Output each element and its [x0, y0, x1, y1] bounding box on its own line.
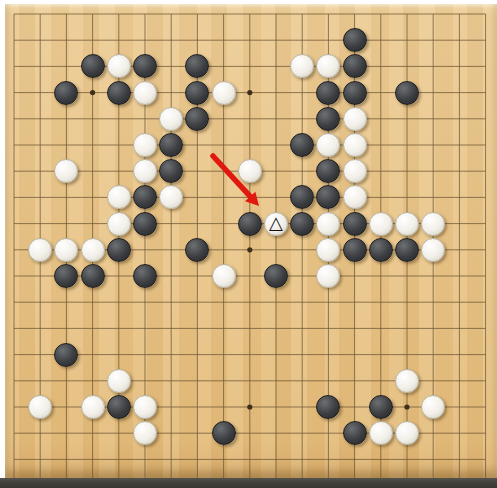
white-stone[interactable]: [290, 54, 314, 78]
white-stone[interactable]: [107, 185, 131, 209]
black-stone[interactable]: [185, 54, 209, 78]
black-stone[interactable]: [290, 212, 314, 236]
black-stone[interactable]: [185, 107, 209, 131]
bottom-bar: [0, 478, 497, 488]
white-stone[interactable]: [81, 395, 105, 419]
white-stone[interactable]: [343, 133, 367, 157]
black-stone[interactable]: [369, 395, 393, 419]
black-stone[interactable]: [343, 54, 367, 78]
white-stone[interactable]: [316, 264, 340, 288]
black-stone[interactable]: [159, 133, 183, 157]
black-stone[interactable]: [107, 238, 131, 262]
white-stone[interactable]: [54, 238, 78, 262]
white-stone[interactable]: [343, 159, 367, 183]
black-stone[interactable]: [343, 212, 367, 236]
black-stone[interactable]: [159, 159, 183, 183]
black-stone[interactable]: [316, 81, 340, 105]
black-stone[interactable]: [212, 421, 236, 445]
black-stone[interactable]: [369, 238, 393, 262]
black-stone[interactable]: [343, 238, 367, 262]
black-stone[interactable]: [343, 421, 367, 445]
black-stone[interactable]: [133, 212, 157, 236]
black-stone[interactable]: [107, 81, 131, 105]
black-stone[interactable]: [54, 81, 78, 105]
black-stone[interactable]: [343, 81, 367, 105]
black-stone[interactable]: [107, 395, 131, 419]
white-stone[interactable]: [395, 212, 419, 236]
black-stone[interactable]: [133, 185, 157, 209]
white-stone[interactable]: [395, 369, 419, 393]
white-stone[interactable]: [343, 107, 367, 131]
white-stone[interactable]: [28, 238, 52, 262]
black-stone[interactable]: [316, 159, 340, 183]
white-stone[interactable]: [159, 185, 183, 209]
white-stone[interactable]: [369, 421, 393, 445]
black-stone[interactable]: [316, 395, 340, 419]
white-stone[interactable]: [81, 238, 105, 262]
white-stone[interactable]: [212, 81, 236, 105]
black-stone[interactable]: [54, 343, 78, 367]
black-stone[interactable]: [81, 54, 105, 78]
white-stone-triangle-marked[interactable]: △: [264, 212, 288, 236]
white-stone[interactable]: [133, 395, 157, 419]
white-stone[interactable]: [343, 185, 367, 209]
white-stone[interactable]: [107, 369, 131, 393]
black-stone[interactable]: [316, 185, 340, 209]
white-stone[interactable]: [28, 395, 52, 419]
black-stone[interactable]: [185, 81, 209, 105]
white-stone[interactable]: [421, 212, 445, 236]
white-stone[interactable]: [238, 159, 262, 183]
black-stone[interactable]: [290, 133, 314, 157]
video-frame: △: [0, 0, 497, 488]
white-stone[interactable]: [133, 81, 157, 105]
black-stone[interactable]: [133, 264, 157, 288]
black-stone[interactable]: [290, 185, 314, 209]
black-stone[interactable]: [54, 264, 78, 288]
white-stone[interactable]: [316, 54, 340, 78]
white-stone[interactable]: [54, 159, 78, 183]
black-stone[interactable]: [238, 212, 262, 236]
white-stone[interactable]: [133, 133, 157, 157]
white-stone[interactable]: [395, 421, 419, 445]
white-stone[interactable]: [107, 54, 131, 78]
black-stone[interactable]: [343, 28, 367, 52]
white-stone[interactable]: [133, 159, 157, 183]
black-stone[interactable]: [185, 238, 209, 262]
white-stone[interactable]: [421, 395, 445, 419]
white-stone[interactable]: [212, 264, 236, 288]
black-stone[interactable]: [264, 264, 288, 288]
black-stone[interactable]: [395, 238, 419, 262]
white-stone[interactable]: [107, 212, 131, 236]
triangle-marker: △: [269, 214, 283, 232]
white-stone[interactable]: [316, 212, 340, 236]
black-stone[interactable]: [316, 107, 340, 131]
go-board[interactable]: △: [0, 0, 497, 488]
white-stone[interactable]: [316, 133, 340, 157]
white-stone[interactable]: [159, 107, 183, 131]
black-stone[interactable]: [81, 264, 105, 288]
white-stone[interactable]: [133, 421, 157, 445]
black-stone[interactable]: [133, 54, 157, 78]
white-stone[interactable]: [316, 238, 340, 262]
white-stone[interactable]: [369, 212, 393, 236]
black-stone[interactable]: [395, 81, 419, 105]
white-stone[interactable]: [421, 238, 445, 262]
